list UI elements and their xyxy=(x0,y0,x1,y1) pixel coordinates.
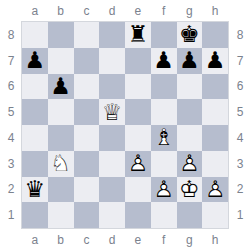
piece-white-bishop[interactable]: ♝♗ xyxy=(151,125,177,151)
black-pawn-icon: ♟ xyxy=(48,74,74,100)
square-b1[interactable] xyxy=(48,202,74,228)
square-c6[interactable] xyxy=(74,74,100,100)
square-g4[interactable] xyxy=(177,125,203,151)
file-label-d: d xyxy=(99,5,125,17)
rank-label-3: 3 xyxy=(237,158,244,170)
rank-label-4: 4 xyxy=(237,132,244,144)
white-pawn-icon: ♙ xyxy=(151,177,177,203)
rank-label-5: 5 xyxy=(8,106,15,118)
square-b2[interactable] xyxy=(48,177,74,203)
square-h5[interactable] xyxy=(202,99,228,125)
square-b7[interactable] xyxy=(48,48,74,74)
square-f3[interactable] xyxy=(151,151,177,177)
square-d4[interactable] xyxy=(99,125,125,151)
white-bishop-icon: ♗ xyxy=(151,125,177,151)
square-e8[interactable]: ♜ xyxy=(125,22,151,48)
square-d5[interactable]: ♛♕ xyxy=(99,99,125,125)
square-c4[interactable] xyxy=(74,125,100,151)
square-c5[interactable] xyxy=(74,99,100,125)
rank-label-6: 6 xyxy=(237,80,244,92)
rank-label-8: 8 xyxy=(237,29,244,41)
square-e4[interactable] xyxy=(125,125,151,151)
piece-white-knight[interactable]: ♞♘ xyxy=(48,151,74,177)
white-pawn-icon: ♙ xyxy=(202,177,228,203)
white-pawn-icon: ♙ xyxy=(177,151,203,177)
piece-black-rook[interactable]: ♜ xyxy=(125,22,151,48)
chess-diagram: abcdefgh 87654321 ♜♚♟♟♟♟♟♛♕♝♗♞♘♟♙♟♙♛♟♙♚♔… xyxy=(0,0,252,252)
square-e6[interactable] xyxy=(125,74,151,100)
piece-black-king[interactable]: ♚ xyxy=(177,22,203,48)
square-g5[interactable] xyxy=(177,99,203,125)
file-label-f: f xyxy=(151,234,177,246)
file-label-b: b xyxy=(48,234,74,246)
rank-label-1: 1 xyxy=(8,209,15,221)
file-labels-bottom: abcdefgh xyxy=(22,228,228,252)
square-c7[interactable] xyxy=(74,48,100,74)
square-e3[interactable]: ♟♙ xyxy=(125,151,151,177)
square-a2[interactable]: ♛ xyxy=(22,177,48,203)
square-e1[interactable] xyxy=(125,202,151,228)
file-label-b: b xyxy=(48,5,74,17)
square-h1[interactable] xyxy=(202,202,228,228)
square-c1[interactable] xyxy=(74,202,100,228)
piece-white-pawn[interactable]: ♟♙ xyxy=(151,177,177,203)
square-g8[interactable]: ♚ xyxy=(177,22,203,48)
square-b8[interactable] xyxy=(48,22,74,48)
square-g2[interactable]: ♚♔ xyxy=(177,177,203,203)
piece-white-pawn[interactable]: ♟♙ xyxy=(177,151,203,177)
square-h6[interactable] xyxy=(202,74,228,100)
file-label-f: f xyxy=(151,5,177,17)
square-b6[interactable]: ♟ xyxy=(48,74,74,100)
file-label-c: c xyxy=(74,5,100,17)
piece-white-pawn[interactable]: ♟♙ xyxy=(125,151,151,177)
piece-white-pawn[interactable]: ♟♙ xyxy=(202,177,228,203)
square-c2[interactable] xyxy=(74,177,100,203)
piece-black-pawn[interactable]: ♟ xyxy=(151,48,177,74)
square-a5[interactable] xyxy=(22,99,48,125)
rank-label-8: 8 xyxy=(8,29,15,41)
file-label-a: a xyxy=(22,234,48,246)
white-knight-icon: ♘ xyxy=(48,151,74,177)
square-f8[interactable] xyxy=(151,22,177,48)
square-d3[interactable] xyxy=(99,151,125,177)
square-h8[interactable] xyxy=(202,22,228,48)
square-g1[interactable] xyxy=(177,202,203,228)
square-a3[interactable] xyxy=(22,151,48,177)
rank-labels-left: 87654321 xyxy=(0,22,22,228)
rank-label-1: 1 xyxy=(237,209,244,221)
square-h2[interactable]: ♟♙ xyxy=(202,177,228,203)
white-pawn-icon: ♙ xyxy=(125,151,151,177)
rank-label-4: 4 xyxy=(8,132,15,144)
file-label-c: c xyxy=(74,234,100,246)
rank-label-2: 2 xyxy=(8,183,15,195)
square-d2[interactable] xyxy=(99,177,125,203)
piece-black-pawn[interactable]: ♟ xyxy=(22,48,48,74)
file-labels-top: abcdefgh xyxy=(22,0,228,22)
file-label-e: e xyxy=(125,234,151,246)
square-g7[interactable]: ♟ xyxy=(177,48,203,74)
square-e2[interactable] xyxy=(125,177,151,203)
piece-black-pawn[interactable]: ♟ xyxy=(177,48,203,74)
square-h7[interactable]: ♟ xyxy=(202,48,228,74)
file-label-h: h xyxy=(202,234,228,246)
piece-white-queen[interactable]: ♛♕ xyxy=(99,99,125,125)
black-queen-icon: ♛ xyxy=(22,177,48,203)
square-d7[interactable] xyxy=(99,48,125,74)
square-a1[interactable] xyxy=(22,202,48,228)
black-pawn-icon: ♟ xyxy=(22,48,48,74)
file-label-e: e xyxy=(125,5,151,17)
square-a7[interactable]: ♟ xyxy=(22,48,48,74)
black-pawn-icon: ♟ xyxy=(202,48,228,74)
white-king-icon: ♔ xyxy=(177,177,203,203)
square-e7[interactable] xyxy=(125,48,151,74)
square-f6[interactable] xyxy=(151,74,177,100)
square-b5[interactable] xyxy=(48,99,74,125)
file-label-a: a xyxy=(22,5,48,17)
rank-label-7: 7 xyxy=(8,55,15,67)
file-label-d: d xyxy=(99,234,125,246)
square-b4[interactable] xyxy=(48,125,74,151)
square-d1[interactable] xyxy=(99,202,125,228)
square-d8[interactable] xyxy=(99,22,125,48)
square-h3[interactable] xyxy=(202,151,228,177)
square-g6[interactable] xyxy=(177,74,203,100)
rank-label-7: 7 xyxy=(237,55,244,67)
rank-label-6: 6 xyxy=(8,80,15,92)
square-c3[interactable] xyxy=(74,151,100,177)
file-label-g: g xyxy=(177,234,203,246)
square-f2[interactable]: ♟♙ xyxy=(151,177,177,203)
square-f4[interactable]: ♝♗ xyxy=(151,125,177,151)
rank-label-5: 5 xyxy=(237,106,244,118)
chess-board: ♜♚♟♟♟♟♟♛♕♝♗♞♘♟♙♟♙♛♟♙♚♔♟♙ xyxy=(22,22,228,228)
rank-label-3: 3 xyxy=(8,158,15,170)
file-label-h: h xyxy=(202,5,228,17)
square-f5[interactable] xyxy=(151,99,177,125)
piece-black-queen[interactable]: ♛ xyxy=(22,177,48,203)
square-f7[interactable]: ♟ xyxy=(151,48,177,74)
square-f1[interactable] xyxy=(151,202,177,228)
square-g3[interactable]: ♟♙ xyxy=(177,151,203,177)
square-h4[interactable] xyxy=(202,125,228,151)
file-label-g: g xyxy=(177,5,203,17)
square-c8[interactable] xyxy=(74,22,100,48)
piece-black-pawn[interactable]: ♟ xyxy=(202,48,228,74)
square-b3[interactable]: ♞♘ xyxy=(48,151,74,177)
square-e5[interactable] xyxy=(125,99,151,125)
piece-white-king[interactable]: ♚♔ xyxy=(177,177,203,203)
black-rook-icon: ♜ xyxy=(125,22,151,48)
square-a4[interactable] xyxy=(22,125,48,151)
square-d6[interactable] xyxy=(99,74,125,100)
black-pawn-icon: ♟ xyxy=(177,48,203,74)
black-pawn-icon: ♟ xyxy=(151,48,177,74)
piece-black-pawn[interactable]: ♟ xyxy=(48,74,74,100)
rank-labels-right: 87654321 xyxy=(228,22,252,228)
black-king-icon: ♚ xyxy=(177,22,203,48)
square-a6[interactable] xyxy=(22,74,48,100)
square-a8[interactable] xyxy=(22,22,48,48)
rank-label-2: 2 xyxy=(237,183,244,195)
white-queen-icon: ♕ xyxy=(99,99,125,125)
